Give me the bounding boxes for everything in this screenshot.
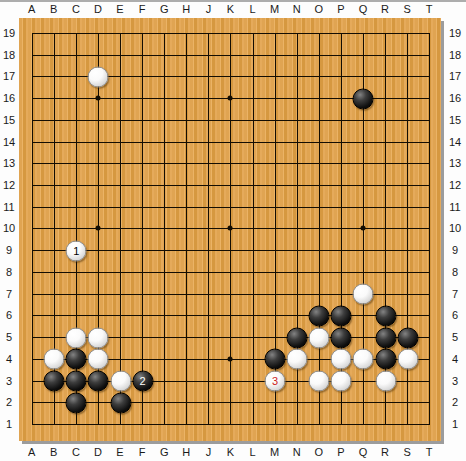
coord-label-left: 10 (3, 222, 15, 234)
coord-label-left: 2 (6, 396, 12, 408)
window-top-border (0, 0, 466, 2)
coord-label-top: K (227, 3, 234, 15)
coord-label-left: 7 (6, 288, 12, 300)
grid-line-horizontal (32, 402, 431, 403)
coord-label-bottom: M (270, 446, 279, 458)
coord-label-top: M (270, 3, 279, 15)
grid-line-vertical (319, 33, 320, 424)
coord-label-left: 8 (6, 266, 12, 278)
coord-label-left: 18 (3, 49, 15, 61)
stone-white (88, 349, 109, 370)
coord-label-right: 15 (449, 114, 461, 126)
stone-white (353, 284, 374, 305)
grid-line-horizontal (32, 272, 431, 273)
coord-label-bottom: A (28, 446, 35, 458)
coord-label-top: S (403, 3, 410, 15)
stone-black (66, 392, 87, 413)
stone-black (353, 88, 374, 109)
stone-white (88, 66, 109, 87)
star-point (360, 226, 365, 231)
stone-white (331, 349, 352, 370)
coord-label-bottom: G (160, 446, 169, 458)
coord-label-top: G (160, 3, 169, 15)
stone-white: 3 (265, 371, 286, 392)
coord-label-top: A (28, 3, 35, 15)
coord-label-bottom: R (381, 446, 389, 458)
coord-label-right: 6 (452, 309, 458, 321)
coord-label-right: 14 (449, 136, 461, 148)
coord-label-left: 5 (6, 331, 12, 343)
coord-label-top: R (381, 3, 389, 15)
coord-label-bottom: F (139, 446, 146, 458)
coord-label-top: B (50, 3, 57, 15)
coord-label-bottom: S (403, 446, 410, 458)
go-app-window: 123 AABBCCDDEEFFGGHHJJKKLLMMNNOOPPQQRRSS… (0, 0, 466, 461)
coord-label-right: 4 (452, 353, 458, 365)
coord-label-top: O (315, 3, 324, 15)
stone-white (88, 327, 109, 348)
coord-label-left: 15 (3, 114, 15, 126)
coord-label-right: 2 (452, 396, 458, 408)
coord-label-right: 3 (452, 375, 458, 387)
stone-white (66, 327, 87, 348)
stone-black (375, 349, 396, 370)
stone-black (44, 371, 65, 392)
stone-black (375, 305, 396, 326)
stone-black (331, 327, 352, 348)
coord-label-right: 13 (449, 157, 461, 169)
coord-label-left: 19 (3, 27, 15, 39)
coord-label-right: 11 (449, 201, 460, 213)
coord-label-bottom: T (426, 446, 433, 458)
stone-black (265, 349, 286, 370)
coord-label-right: 19 (449, 27, 461, 39)
coord-label-bottom: L (249, 446, 255, 458)
coord-label-right: 16 (449, 92, 461, 104)
stone-white (44, 349, 65, 370)
coord-label-bottom: K (227, 446, 234, 458)
stone-white (309, 371, 330, 392)
star-point (228, 226, 233, 231)
coord-label-left: 4 (6, 353, 12, 365)
coord-label-right: 10 (449, 222, 461, 234)
grid-line-horizontal (32, 315, 431, 316)
coord-label-top: F (139, 3, 146, 15)
coord-label-top: Q (359, 3, 368, 15)
coord-label-left: 1 (6, 418, 12, 430)
star-point (95, 226, 100, 231)
stone-white (397, 349, 418, 370)
coord-label-bottom: P (337, 446, 344, 458)
stone-black (331, 305, 352, 326)
coord-label-right: 12 (449, 179, 461, 191)
coord-label-top: N (293, 3, 301, 15)
coord-label-right: 17 (449, 70, 461, 82)
stone-white (331, 371, 352, 392)
stone-white (353, 349, 374, 370)
coord-label-bottom: H (182, 446, 190, 458)
coord-label-bottom: D (94, 446, 102, 458)
stone-black (66, 349, 87, 370)
stone-black (88, 371, 109, 392)
coord-label-left: 11 (3, 201, 14, 213)
coord-label-top: E (116, 3, 123, 15)
coord-label-left: 16 (3, 92, 15, 104)
stone-white (110, 371, 131, 392)
stone-black (287, 327, 308, 348)
grid-line-horizontal (32, 424, 431, 425)
coord-label-top: T (426, 3, 433, 15)
stone-black: 2 (132, 371, 153, 392)
coord-label-bottom: Q (359, 446, 368, 458)
coord-label-bottom: B (50, 446, 57, 458)
coord-label-right: 18 (449, 49, 461, 61)
coord-label-top: P (337, 3, 344, 15)
coord-label-top: C (72, 3, 80, 15)
coord-label-left: 12 (3, 179, 15, 191)
coord-label-right: 9 (452, 244, 458, 256)
grid-line-vertical (429, 33, 430, 424)
coord-label-top: J (206, 3, 212, 15)
coord-label-top: H (182, 3, 190, 15)
coord-label-bottom: N (293, 446, 301, 458)
move-number-label: 2 (140, 376, 146, 387)
move-number-label: 1 (73, 245, 79, 256)
coord-label-right: 7 (452, 288, 458, 300)
coord-label-top: D (94, 3, 102, 15)
coord-label-right: 5 (452, 331, 458, 343)
coord-label-right: 1 (452, 418, 458, 430)
stone-white (309, 327, 330, 348)
stone-black (309, 305, 330, 326)
coord-label-left: 6 (6, 309, 12, 321)
coord-label-bottom: C (72, 446, 80, 458)
coord-label-bottom: E (116, 446, 123, 458)
coord-label-bottom: O (315, 446, 324, 458)
grid-line-vertical (253, 33, 254, 424)
stone-black (397, 327, 418, 348)
stone-white (287, 349, 308, 370)
star-point (228, 96, 233, 101)
stone-white (375, 371, 396, 392)
coord-label-left: 13 (3, 157, 15, 169)
coord-label-left: 14 (3, 136, 15, 148)
coord-label-left: 17 (3, 70, 15, 82)
move-number-label: 3 (272, 376, 278, 387)
coord-label-top: L (249, 3, 255, 15)
stone-white: 1 (66, 240, 87, 261)
star-point (228, 356, 233, 361)
go-board[interactable]: 123 (19, 18, 441, 441)
stone-black (375, 327, 396, 348)
coord-label-left: 3 (6, 375, 12, 387)
star-point (95, 96, 100, 101)
stone-black (110, 392, 131, 413)
coord-label-bottom: J (206, 446, 212, 458)
coord-label-left: 9 (6, 244, 12, 256)
stone-black (66, 371, 87, 392)
coord-label-right: 8 (452, 266, 458, 278)
grid-line-horizontal (32, 250, 431, 251)
